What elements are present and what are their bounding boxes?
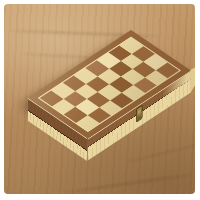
wood-grain-streak [64, 173, 193, 194]
table-surface [4, 4, 195, 194]
board-field [38, 37, 181, 132]
wood-grain-streak [125, 142, 195, 163]
brass-clasp [136, 104, 143, 122]
product-photo-frame [0, 0, 200, 200]
